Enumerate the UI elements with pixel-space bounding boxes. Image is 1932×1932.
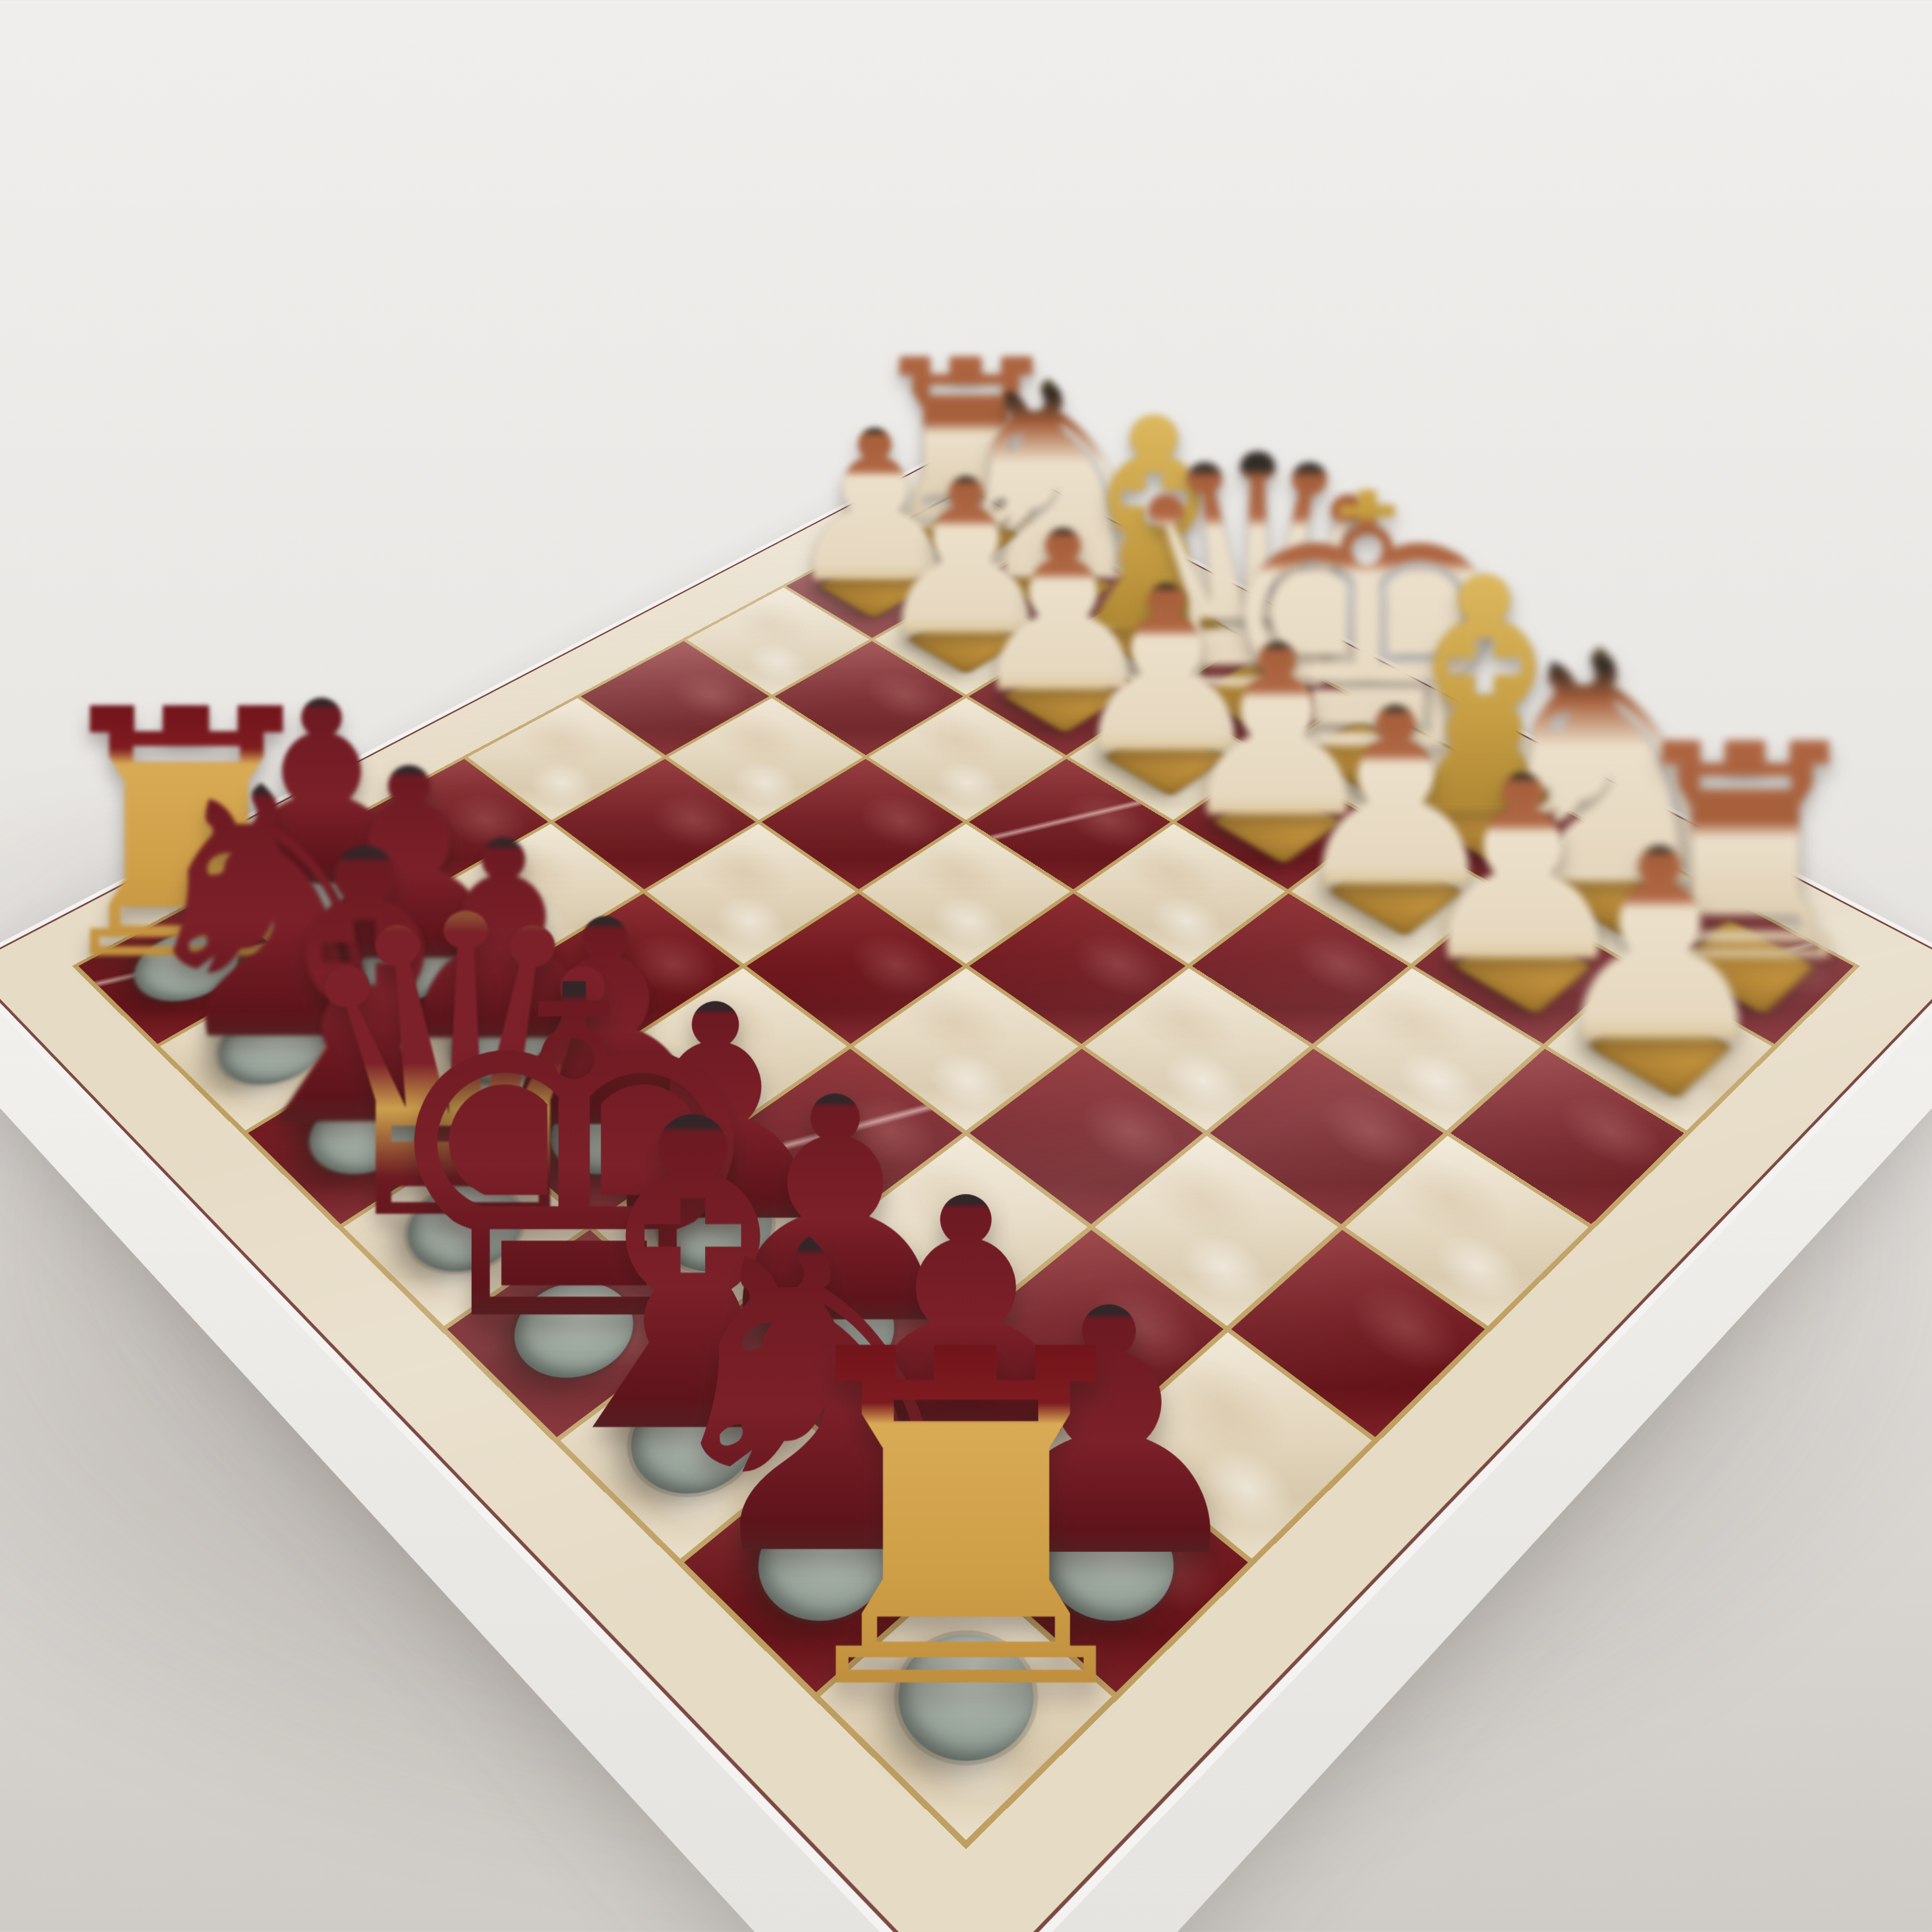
photo-scene: ♜♞♝♛♚♝♞♜♟♟♟♟♟♟♟♟♟♟♟♟♟♟♟♟♜♞♝♛♚♝♞♜: [0, 0, 1932, 1932]
black-pawn-h7: ♟: [1542, 826, 1778, 1068]
board-grid: ♜♞♝♛♚♝♞♜♟♟♟♟♟♟♟♟♟♟♟♟♟♟♟♟♜♞♝♛♚♝♞♜: [72, 487, 1860, 1849]
chess-board: ♜♞♝♛♚♝♞♜♟♟♟♟♟♟♟♟♟♟♟♟♟♟♟♟♜♞♝♛♚♝♞♜: [0, 445, 1932, 1932]
white-rook-h1: ♜: [759, 1309, 1174, 1734]
